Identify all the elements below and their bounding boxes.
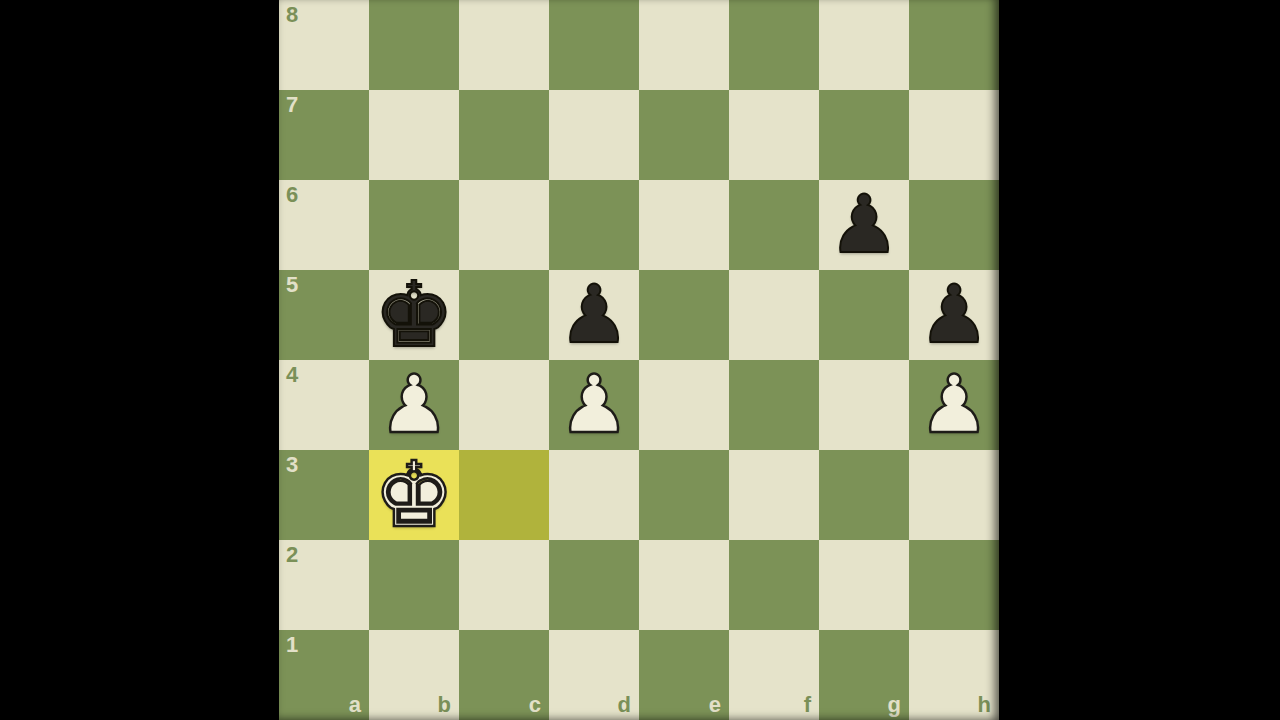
square-e3[interactable] — [639, 450, 729, 540]
square-d2[interactable] — [549, 540, 639, 630]
square-g6[interactable]: ♟ — [819, 180, 909, 270]
rank-label-7: 7 — [286, 94, 298, 116]
square-g1[interactable]: g — [819, 630, 909, 720]
square-a5[interactable]: 5 — [279, 270, 369, 360]
square-d4[interactable]: ♟ — [549, 360, 639, 450]
square-g5[interactable] — [819, 270, 909, 360]
square-h5[interactable]: ♟ — [909, 270, 999, 360]
square-h1[interactable]: h — [909, 630, 999, 720]
square-c3[interactable] — [459, 450, 549, 540]
chess-board: 876♟5♚♟♟4♟♟♟3♚21abcdefgh — [279, 0, 999, 720]
square-b5[interactable]: ♚ — [369, 270, 459, 360]
square-f6[interactable] — [729, 180, 819, 270]
square-a4[interactable]: 4 — [279, 360, 369, 450]
square-g7[interactable] — [819, 90, 909, 180]
square-g8[interactable] — [819, 0, 909, 90]
square-d8[interactable] — [549, 0, 639, 90]
square-e2[interactable] — [639, 540, 729, 630]
file-label-b: b — [438, 694, 451, 716]
square-b8[interactable] — [369, 0, 459, 90]
square-c2[interactable] — [459, 540, 549, 630]
square-b2[interactable] — [369, 540, 459, 630]
square-f1[interactable]: f — [729, 630, 819, 720]
square-a3[interactable]: 3 — [279, 450, 369, 540]
white-pawn-h4[interactable]: ♟ — [918, 365, 990, 445]
rank-label-3: 3 — [286, 454, 298, 476]
rank-label-5: 5 — [286, 274, 298, 296]
square-b4[interactable]: ♟ — [369, 360, 459, 450]
square-c7[interactable] — [459, 90, 549, 180]
letterbox-left — [0, 0, 279, 720]
square-c6[interactable] — [459, 180, 549, 270]
square-f2[interactable] — [729, 540, 819, 630]
square-a1[interactable]: 1a — [279, 630, 369, 720]
square-a6[interactable]: 6 — [279, 180, 369, 270]
white-pawn-d4[interactable]: ♟ — [558, 365, 630, 445]
file-label-h: h — [978, 694, 991, 716]
square-d3[interactable] — [549, 450, 639, 540]
square-b7[interactable] — [369, 90, 459, 180]
square-a8[interactable]: 8 — [279, 0, 369, 90]
square-h2[interactable] — [909, 540, 999, 630]
square-c8[interactable] — [459, 0, 549, 90]
black-pawn-d5[interactable]: ♟ — [558, 275, 630, 355]
file-label-g: g — [888, 694, 901, 716]
square-h4[interactable]: ♟ — [909, 360, 999, 450]
square-e7[interactable] — [639, 90, 729, 180]
white-pawn-b4[interactable]: ♟ — [378, 365, 450, 445]
square-c1[interactable]: c — [459, 630, 549, 720]
square-c4[interactable] — [459, 360, 549, 450]
square-e5[interactable] — [639, 270, 729, 360]
square-e1[interactable]: e — [639, 630, 729, 720]
square-h7[interactable] — [909, 90, 999, 180]
square-f3[interactable] — [729, 450, 819, 540]
rank-label-1: 1 — [286, 634, 298, 656]
file-label-c: c — [529, 694, 541, 716]
square-e8[interactable] — [639, 0, 729, 90]
square-g2[interactable] — [819, 540, 909, 630]
black-king-b5[interactable]: ♚ — [374, 270, 455, 360]
square-f8[interactable] — [729, 0, 819, 90]
square-d6[interactable] — [549, 180, 639, 270]
square-b3[interactable]: ♚ — [369, 450, 459, 540]
black-pawn-h5[interactable]: ♟ — [918, 275, 990, 355]
letterbox-right — [999, 0, 1280, 720]
black-pawn-g6[interactable]: ♟ — [828, 185, 900, 265]
square-d7[interactable] — [549, 90, 639, 180]
rank-label-4: 4 — [286, 364, 298, 386]
square-h8[interactable] — [909, 0, 999, 90]
square-d5[interactable]: ♟ — [549, 270, 639, 360]
white-king-b3[interactable]: ♚ — [374, 450, 455, 540]
square-f7[interactable] — [729, 90, 819, 180]
square-d1[interactable]: d — [549, 630, 639, 720]
square-h6[interactable] — [909, 180, 999, 270]
square-a7[interactable]: 7 — [279, 90, 369, 180]
square-b6[interactable] — [369, 180, 459, 270]
square-f5[interactable] — [729, 270, 819, 360]
square-e6[interactable] — [639, 180, 729, 270]
file-label-f: f — [804, 694, 811, 716]
square-f4[interactable] — [729, 360, 819, 450]
file-label-d: d — [618, 694, 631, 716]
square-b1[interactable]: b — [369, 630, 459, 720]
square-a2[interactable]: 2 — [279, 540, 369, 630]
file-label-a: a — [349, 694, 361, 716]
rank-label-6: 6 — [286, 184, 298, 206]
square-c5[interactable] — [459, 270, 549, 360]
rank-label-8: 8 — [286, 4, 298, 26]
file-label-e: e — [709, 694, 721, 716]
square-h3[interactable] — [909, 450, 999, 540]
square-g3[interactable] — [819, 450, 909, 540]
square-g4[interactable] — [819, 360, 909, 450]
rank-label-2: 2 — [286, 544, 298, 566]
square-e4[interactable] — [639, 360, 729, 450]
chess-app-stage: 876♟5♚♟♟4♟♟♟3♚21abcdefgh — [0, 0, 1280, 720]
